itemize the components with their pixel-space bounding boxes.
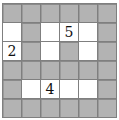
cell-r3c4	[60, 42, 78, 60]
cell-r6c2	[22, 99, 40, 117]
cell-r5c1	[3, 80, 21, 98]
digit: 5	[65, 25, 74, 39]
cell-r4c4	[60, 61, 78, 79]
cell-r4c5	[79, 61, 97, 79]
cell-r2c6	[98, 23, 116, 41]
cell-r6c1	[3, 99, 21, 117]
cell-r1c4	[60, 4, 78, 22]
cell-r4c2	[22, 61, 40, 79]
cell-r2c2	[22, 23, 40, 41]
cell-r5c4[interactable]	[60, 80, 78, 98]
cell-r3c2	[22, 42, 40, 60]
cell-r6c6	[98, 99, 116, 117]
cell-r1c3	[41, 4, 59, 22]
cell-r3c1[interactable]: 2	[3, 42, 21, 60]
cell-r4c1	[3, 61, 21, 79]
cell-r1c5	[79, 4, 97, 22]
cell-r5c2[interactable]	[22, 80, 40, 98]
cell-r2c5[interactable]	[79, 23, 97, 41]
digit: 2	[8, 44, 17, 58]
puzzle-board: 524	[2, 3, 117, 118]
cell-r4c6	[98, 61, 116, 79]
cell-r3c6	[98, 42, 116, 60]
cell-r2c4[interactable]: 5	[60, 23, 78, 41]
puzzle-screenshot: 524	[0, 0, 119, 120]
cell-r2c1[interactable]	[3, 23, 21, 41]
cell-r1c1	[3, 4, 21, 22]
cell-r3c3[interactable]	[41, 42, 59, 60]
cell-r6c4	[60, 99, 78, 117]
cell-r3c5[interactable]	[79, 42, 97, 60]
cell-r1c2	[22, 4, 40, 22]
cell-r1c6	[98, 4, 116, 22]
cell-r5c5[interactable]	[79, 80, 97, 98]
digit: 4	[46, 82, 55, 96]
cell-r6c5	[79, 99, 97, 117]
cell-r2c3[interactable]	[41, 23, 59, 41]
cell-r6c3	[41, 99, 59, 117]
cell-r5c6	[98, 80, 116, 98]
cell-r4c3	[41, 61, 59, 79]
cell-r5c3[interactable]: 4	[41, 80, 59, 98]
